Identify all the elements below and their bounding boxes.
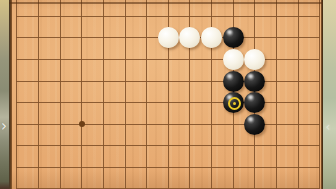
board-right-edge [321,0,324,189]
board-top-edge [9,2,323,4]
grid-line-horizontal [16,145,320,146]
grid-line-vertical [16,0,17,189]
black-stone [223,92,244,113]
grid-line-vertical [146,0,147,189]
black-stone [223,71,244,92]
grid-line-horizontal [16,59,320,60]
grid-line-vertical [276,0,277,189]
grid-line-horizontal [16,81,320,82]
side-panel-right [323,0,336,189]
grid-line-horizontal [16,188,320,189]
grid-line-vertical [125,0,126,189]
star-point [79,121,85,127]
board-left-edge [9,0,12,189]
black-stone [244,71,265,92]
black-stone [223,27,244,48]
grid-line-horizontal [16,167,320,168]
chevron-right-icon[interactable]: › [0,118,9,134]
grid-line-vertical [38,0,39,189]
chevron-left-icon[interactable]: ‹ [323,119,333,135]
grid-line-vertical [298,0,299,189]
game-screenshot: › ‹ [0,0,336,189]
grid-line-vertical [60,0,61,189]
black-stone [244,114,265,135]
grid-line-horizontal [16,124,320,125]
grid-line-vertical [81,0,82,189]
grid-line-horizontal [16,16,320,17]
white-stone [223,49,244,70]
grid-line-horizontal [16,102,320,103]
side-panel-left [0,0,9,189]
last-move-marker [228,97,241,110]
grid-line-vertical [103,0,104,189]
